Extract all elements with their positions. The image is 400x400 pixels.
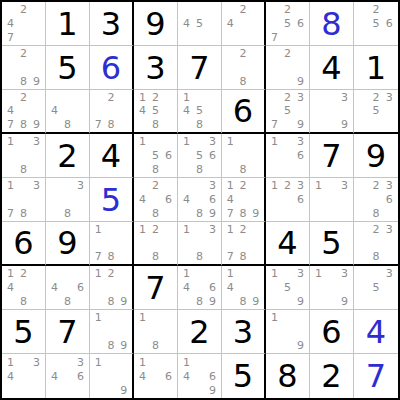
- cell-r6c9[interactable]: 238: [354, 222, 398, 266]
- given-digit: 5: [233, 360, 253, 392]
- given-digit: 6: [233, 95, 253, 127]
- cell-r8c6[interactable]: 3: [222, 310, 266, 354]
- cell-r2c2[interactable]: 5: [46, 46, 90, 90]
- candidate-8: 8: [105, 294, 118, 308]
- candidate-4: 4: [136, 104, 149, 117]
- cell-r3c3[interactable]: 278: [90, 90, 134, 134]
- candidate-1: 1: [136, 135, 149, 149]
- cell-r8c8[interactable]: 6: [310, 310, 354, 354]
- pencil-marks: 48: [46, 90, 89, 132]
- candidate-5: 5: [369, 17, 382, 31]
- cell-r1c4[interactable]: 9: [134, 2, 178, 46]
- candidate-8: 8: [105, 338, 118, 352]
- candidate-8: 8: [369, 250, 382, 263]
- candidate-6: 6: [74, 369, 87, 383]
- candidate-2: 2: [17, 3, 30, 17]
- cell-r5c3[interactable]: 5: [90, 178, 134, 222]
- candidate-8: 8: [17, 206, 30, 220]
- given-digit: 2: [57, 140, 77, 172]
- cell-r2c1[interactable]: 289: [2, 46, 46, 90]
- candidate-8: 8: [105, 250, 118, 263]
- given-digit: 3: [145, 52, 165, 84]
- candidate-3: 3: [294, 267, 307, 281]
- given-digit: 6: [13, 227, 33, 259]
- cell-r1c8[interactable]: 8: [310, 2, 354, 46]
- candidate-1: 1: [224, 267, 237, 281]
- given-digit: 5: [13, 316, 33, 348]
- candidate-5: 5: [281, 281, 294, 295]
- candidate-3: 3: [74, 355, 87, 369]
- candidate-1: 1: [224, 223, 237, 236]
- candidate-1: 1: [268, 311, 281, 325]
- candidate-8: 8: [193, 250, 206, 263]
- cell-r4c7[interactable]: 136: [266, 134, 310, 178]
- candidate-8: 8: [193, 118, 206, 131]
- candidate-4: 4: [48, 104, 61, 117]
- given-digit: 2: [189, 316, 209, 348]
- candidate-7: 7: [224, 250, 237, 263]
- candidate-3: 3: [30, 135, 43, 149]
- candidate-2: 2: [369, 3, 382, 17]
- candidate-9: 9: [117, 294, 130, 308]
- given-digit: 6: [321, 316, 341, 348]
- candidate-3: 3: [206, 135, 219, 149]
- candidate-6: 6: [162, 149, 175, 163]
- candidate-8: 8: [61, 118, 74, 131]
- candidate-4: 4: [180, 104, 193, 117]
- pencil-marks: 2567: [266, 2, 309, 45]
- candidate-5: 5: [149, 104, 162, 117]
- cell-r3c5[interactable]: 1458: [178, 90, 222, 134]
- given-digit: 7: [321, 140, 341, 172]
- candidate-4: 4: [136, 193, 149, 207]
- cell-r8c1[interactable]: 5: [2, 310, 46, 354]
- pencil-marks: 136: [266, 134, 309, 177]
- cell-r6c7[interactable]: 4: [266, 222, 310, 266]
- pencil-marks: 1278: [222, 222, 264, 264]
- given-digit: 7: [57, 316, 77, 348]
- candidate-2: 2: [281, 179, 294, 193]
- candidate-3: 3: [30, 355, 43, 369]
- user-digit: 4: [366, 316, 386, 348]
- pencil-marks: 18: [222, 134, 264, 177]
- given-digit: 3: [233, 316, 253, 348]
- candidate-5: 5: [193, 104, 206, 117]
- cell-r2c6[interactable]: 28: [222, 46, 266, 90]
- cell-r2c5[interactable]: 7: [178, 46, 222, 90]
- given-digit: 8: [277, 360, 297, 392]
- cell-r8c9[interactable]: 4: [354, 310, 398, 354]
- cell-r6c4[interactable]: 128: [134, 222, 178, 266]
- candidate-2: 2: [281, 3, 294, 17]
- cell-r4c3[interactable]: 4: [90, 134, 134, 178]
- pencil-marks: 35: [354, 266, 398, 309]
- cell-r5c5[interactable]: 34689: [178, 178, 222, 222]
- candidate-9: 9: [294, 338, 307, 352]
- cell-r3c2[interactable]: 48: [46, 90, 90, 134]
- sudoku-board: 2471394524256782562895637282941247894827…: [0, 0, 400, 400]
- candidate-8: 8: [17, 294, 30, 308]
- pencil-marks: 138: [2, 134, 45, 177]
- cell-r4c8[interactable]: 7: [310, 134, 354, 178]
- candidate-1: 1: [4, 355, 17, 369]
- given-digit: 5: [321, 227, 341, 259]
- cell-r6c3[interactable]: 178: [90, 222, 134, 266]
- cell-r2c9[interactable]: 1: [354, 46, 398, 90]
- cell-r3c4[interactable]: 12458: [134, 90, 178, 134]
- candidate-2: 2: [237, 3, 250, 17]
- pencil-marks: 278: [90, 90, 132, 132]
- cell-r7c8[interactable]: 139: [310, 266, 354, 310]
- cell-r6c2[interactable]: 9: [46, 222, 90, 266]
- cell-r9c7[interactable]: 8: [266, 354, 310, 398]
- cell-r8c7[interactable]: 19: [266, 310, 310, 354]
- cell-r1c2[interactable]: 1: [46, 2, 90, 46]
- pencil-marks: 1568: [134, 134, 177, 177]
- candidate-5: 5: [369, 281, 382, 295]
- pencil-marks: 256: [354, 2, 398, 45]
- pencil-marks: 1378: [2, 178, 45, 221]
- cell-r5c9[interactable]: 2368: [354, 178, 398, 222]
- candidate-6: 6: [206, 369, 219, 383]
- pencil-marks: 2468: [134, 178, 177, 221]
- candidate-9: 9: [30, 74, 43, 88]
- candidate-3: 3: [294, 135, 307, 149]
- cell-r9c2[interactable]: 346: [46, 354, 90, 398]
- cell-r1c9[interactable]: 256: [354, 2, 398, 46]
- cell-r6c5[interactable]: 138: [178, 222, 222, 266]
- candidate-8: 8: [149, 206, 162, 220]
- candidate-9: 9: [338, 294, 351, 308]
- candidate-4: 4: [4, 369, 17, 383]
- pencil-marks: 13: [310, 178, 353, 221]
- candidate-7: 7: [4, 206, 17, 220]
- candidate-6: 6: [206, 149, 219, 163]
- pencil-marks: 24: [222, 2, 264, 45]
- cell-r7c6[interactable]: 1489: [222, 266, 266, 310]
- candidate-7: 7: [4, 30, 17, 44]
- candidate-1: 1: [224, 135, 237, 149]
- given-digit: 4: [101, 140, 121, 172]
- given-digit: 3: [101, 8, 121, 40]
- candidate-1: 1: [312, 267, 325, 281]
- candidate-8: 8: [17, 118, 30, 131]
- pencil-marks: 1236: [266, 178, 309, 221]
- pencil-marks: 28: [222, 46, 264, 89]
- candidate-8: 8: [149, 250, 162, 263]
- cell-r5c8[interactable]: 13: [310, 178, 354, 222]
- cell-r5c4[interactable]: 2468: [134, 178, 178, 222]
- candidate-2: 2: [369, 179, 382, 193]
- given-digit: 4: [277, 227, 297, 259]
- candidate-9: 9: [117, 383, 130, 397]
- cell-r7c5[interactable]: 14689: [178, 266, 222, 310]
- given-digit: 7: [145, 272, 165, 304]
- candidate-4: 4: [224, 281, 237, 295]
- pencil-marks: 1489: [222, 266, 264, 309]
- candidate-4: 4: [4, 281, 17, 295]
- cell-r9c5[interactable]: 1469: [178, 354, 222, 398]
- pencil-marks: 146: [134, 354, 177, 398]
- pencil-marks: 19: [266, 310, 309, 353]
- candidate-9: 9: [206, 294, 219, 308]
- candidate-2: 2: [281, 91, 294, 104]
- user-digit: 5: [101, 184, 121, 216]
- cell-r3c9[interactable]: 235: [354, 90, 398, 134]
- candidate-1: 1: [92, 355, 105, 369]
- candidate-2: 2: [17, 91, 30, 104]
- cell-r3c7[interactable]: 23579: [266, 90, 310, 134]
- candidate-1: 1: [136, 311, 149, 325]
- candidate-5: 5: [149, 149, 162, 163]
- given-digit: 9: [57, 227, 77, 259]
- candidate-1: 1: [136, 223, 149, 236]
- candidate-4: 4: [180, 369, 193, 383]
- user-digit: 8: [321, 8, 341, 40]
- candidate-2: 2: [237, 223, 250, 236]
- candidate-4: 4: [224, 193, 237, 207]
- candidate-2: 2: [17, 267, 30, 281]
- cell-r9c1[interactable]: 134: [2, 354, 46, 398]
- candidate-4: 4: [180, 17, 193, 31]
- candidate-4: 4: [180, 193, 193, 207]
- candidate-7: 7: [4, 118, 17, 131]
- pencil-marks: 1469: [178, 354, 221, 398]
- pencil-marks: 18: [134, 310, 177, 353]
- cell-r3c6[interactable]: 6: [222, 90, 266, 134]
- cell-r7c7[interactable]: 1359: [266, 266, 310, 310]
- candidate-8: 8: [61, 294, 74, 308]
- cell-r4c1[interactable]: 138: [2, 134, 46, 178]
- candidate-7: 7: [92, 118, 105, 131]
- candidate-9: 9: [338, 118, 351, 131]
- candidate-9: 9: [294, 118, 307, 131]
- candidate-2: 2: [281, 47, 294, 61]
- pencil-marks: 2368: [354, 178, 398, 221]
- candidate-8: 8: [237, 250, 250, 263]
- candidate-9: 9: [294, 74, 307, 88]
- candidate-8: 8: [193, 294, 206, 308]
- cell-r3c1[interactable]: 24789: [2, 90, 46, 134]
- cell-r6c8[interactable]: 5: [310, 222, 354, 266]
- cell-r6c6[interactable]: 1278: [222, 222, 266, 266]
- pencil-marks: 34689: [178, 178, 221, 221]
- cell-r9c4[interactable]: 146: [134, 354, 178, 398]
- pencil-marks: 247: [2, 2, 45, 45]
- candidate-3: 3: [338, 179, 351, 193]
- candidate-1: 1: [312, 179, 325, 193]
- given-digit: 1: [366, 52, 386, 84]
- candidate-8: 8: [149, 162, 162, 176]
- cell-r4c2[interactable]: 2: [46, 134, 90, 178]
- cell-r5c6[interactable]: 124789: [222, 178, 266, 222]
- candidate-5: 5: [369, 104, 382, 117]
- cell-r2c8[interactable]: 4: [310, 46, 354, 90]
- candidate-2: 2: [149, 91, 162, 104]
- pencil-marks: 12458: [134, 90, 177, 132]
- candidate-3: 3: [383, 223, 396, 236]
- candidate-6: 6: [206, 193, 219, 207]
- candidate-9: 9: [206, 206, 219, 220]
- candidate-6: 6: [383, 193, 396, 207]
- candidate-8: 8: [61, 206, 74, 220]
- candidate-3: 3: [206, 223, 219, 236]
- cell-r1c7[interactable]: 2567: [266, 2, 310, 46]
- pencil-marks: 24789: [2, 90, 45, 132]
- candidate-6: 6: [74, 281, 87, 295]
- candidate-4: 4: [4, 104, 17, 117]
- user-digit: 7: [366, 360, 386, 392]
- candidate-1: 1: [92, 267, 105, 281]
- candidate-6: 6: [294, 193, 307, 207]
- candidate-9: 9: [249, 206, 262, 220]
- cell-r9c6[interactable]: 5: [222, 354, 266, 398]
- candidate-2: 2: [17, 47, 30, 61]
- cell-r6c1[interactable]: 6: [2, 222, 46, 266]
- candidate-4: 4: [180, 281, 193, 295]
- cell-r7c2[interactable]: 468: [46, 266, 90, 310]
- cell-r1c5[interactable]: 45: [178, 2, 222, 46]
- cell-r7c3[interactable]: 1289: [90, 266, 134, 310]
- candidate-1: 1: [180, 267, 193, 281]
- pencil-marks: 1458: [178, 90, 221, 132]
- candidate-3: 3: [294, 179, 307, 193]
- candidate-3: 3: [338, 267, 351, 281]
- given-digit: 1: [57, 8, 77, 40]
- candidate-9: 9: [30, 118, 43, 131]
- candidate-3: 3: [383, 267, 396, 281]
- cell-r4c4[interactable]: 1568: [134, 134, 178, 178]
- candidate-1: 1: [180, 355, 193, 369]
- pencil-marks: 178: [90, 222, 132, 264]
- candidate-2: 2: [149, 223, 162, 236]
- candidate-8: 8: [149, 118, 162, 131]
- cell-r9c8[interactable]: 2: [310, 354, 354, 398]
- given-digit: 2: [321, 360, 341, 392]
- candidate-5: 5: [193, 17, 206, 31]
- cell-r2c7[interactable]: 29: [266, 46, 310, 90]
- candidate-8: 8: [17, 162, 30, 176]
- candidate-3: 3: [74, 179, 87, 193]
- pencil-marks: 45: [178, 2, 221, 45]
- candidate-3: 3: [338, 91, 351, 104]
- given-digit: 9: [366, 140, 386, 172]
- candidate-9: 9: [117, 338, 130, 352]
- cell-r4c6[interactable]: 18: [222, 134, 266, 178]
- cell-r2c4[interactable]: 3: [134, 46, 178, 90]
- pencil-marks: 189: [90, 310, 132, 353]
- cell-r1c6[interactable]: 24: [222, 2, 266, 46]
- pencil-marks: 14689: [178, 266, 221, 309]
- user-digit: 6: [101, 52, 121, 84]
- cell-r8c3[interactable]: 189: [90, 310, 134, 354]
- cell-r9c9[interactable]: 7: [354, 354, 398, 398]
- candidate-1: 1: [180, 135, 193, 149]
- candidate-5: 5: [193, 149, 206, 163]
- cell-r2c3[interactable]: 6: [90, 46, 134, 90]
- cell-r7c9[interactable]: 35: [354, 266, 398, 310]
- cell-r4c9[interactable]: 9: [354, 134, 398, 178]
- candidate-9: 9: [249, 294, 262, 308]
- candidate-1: 1: [92, 311, 105, 325]
- candidate-5: 5: [281, 104, 294, 117]
- candidate-6: 6: [162, 193, 175, 207]
- candidate-1: 1: [136, 355, 149, 369]
- candidate-2: 2: [369, 223, 382, 236]
- candidate-8: 8: [149, 338, 162, 352]
- given-digit: 7: [189, 52, 209, 84]
- candidate-3: 3: [294, 91, 307, 104]
- candidate-6: 6: [206, 281, 219, 295]
- candidate-7: 7: [268, 118, 281, 131]
- cell-r8c5[interactable]: 2: [178, 310, 222, 354]
- cell-r1c1[interactable]: 247: [2, 2, 46, 46]
- cell-r8c4[interactable]: 18: [134, 310, 178, 354]
- candidate-4: 4: [48, 281, 61, 295]
- candidate-9: 9: [294, 294, 307, 308]
- candidate-7: 7: [224, 206, 237, 220]
- candidate-3: 3: [383, 179, 396, 193]
- candidate-8: 8: [237, 162, 250, 176]
- cell-r5c7[interactable]: 1236: [266, 178, 310, 222]
- candidate-8: 8: [105, 118, 118, 131]
- candidate-1: 1: [180, 91, 193, 104]
- candidate-2: 2: [369, 91, 382, 104]
- cell-r5c1[interactable]: 1378: [2, 178, 46, 222]
- cell-r3c8[interactable]: 39: [310, 90, 354, 134]
- candidate-2: 2: [149, 179, 162, 193]
- cell-r4c5[interactable]: 13568: [178, 134, 222, 178]
- cell-r5c2[interactable]: 38: [46, 178, 90, 222]
- candidate-6: 6: [294, 149, 307, 163]
- pencil-marks: 1248: [2, 266, 45, 309]
- candidate-1: 1: [268, 179, 281, 193]
- candidate-8: 8: [237, 294, 250, 308]
- candidate-7: 7: [268, 30, 281, 44]
- candidate-1: 1: [224, 179, 237, 193]
- pencil-marks: 13568: [178, 134, 221, 177]
- cell-r7c1[interactable]: 1248: [2, 266, 46, 310]
- candidate-8: 8: [193, 206, 206, 220]
- pencil-marks: 38: [46, 178, 89, 221]
- cell-r9c3[interactable]: 19: [90, 354, 134, 398]
- candidate-1: 1: [268, 267, 281, 281]
- candidate-4: 4: [4, 17, 17, 31]
- cell-r1c3[interactable]: 3: [90, 2, 134, 46]
- candidate-1: 1: [4, 179, 17, 193]
- pencil-marks: 289: [2, 46, 45, 89]
- cell-r8c2[interactable]: 7: [46, 310, 90, 354]
- candidate-4: 4: [48, 369, 61, 383]
- candidate-1: 1: [4, 267, 17, 281]
- candidate-8: 8: [369, 206, 382, 220]
- candidate-1: 1: [4, 135, 17, 149]
- candidate-1: 1: [92, 223, 105, 236]
- pencil-marks: 128: [134, 222, 177, 264]
- pencil-marks: 39: [310, 90, 353, 132]
- candidate-9: 9: [206, 383, 219, 397]
- pencil-marks: 468: [46, 266, 89, 309]
- candidate-2: 2: [237, 179, 250, 193]
- cell-r7c4[interactable]: 7: [134, 266, 178, 310]
- candidate-2: 2: [105, 91, 118, 104]
- candidate-6: 6: [294, 17, 307, 31]
- pencil-marks: 238: [354, 222, 398, 264]
- candidate-1: 1: [136, 91, 149, 104]
- pencil-marks: 346: [46, 354, 89, 398]
- pencil-marks: 23579: [266, 90, 309, 132]
- given-digit: 5: [57, 52, 77, 84]
